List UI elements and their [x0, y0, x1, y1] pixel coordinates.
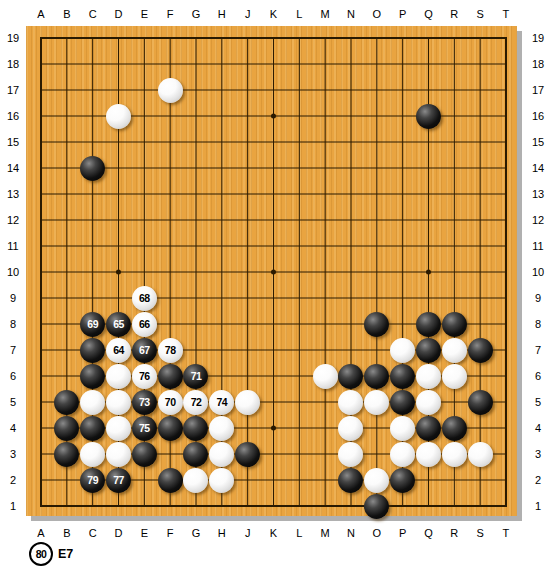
coord-label-top-R: R — [443, 7, 465, 21]
stone-black-F6 — [158, 364, 183, 389]
coord-label-left-11: 11 — [0, 239, 26, 253]
move-number-label: 68 — [139, 293, 150, 304]
move-75-stone-black-E4: 75 — [132, 416, 157, 441]
coord-label-top-P: P — [392, 7, 414, 21]
move-64-stone-white-D7: 64 — [106, 338, 131, 363]
star-point-K16 — [271, 114, 276, 119]
coord-label-bottom-T: T — [495, 526, 517, 540]
move-number-label: 70 — [165, 397, 176, 408]
move-number-label: 67 — [139, 345, 150, 356]
coord-label-bottom-H: H — [211, 526, 233, 540]
move-number-label: 65 — [113, 319, 124, 330]
move-number-label: 72 — [191, 397, 202, 408]
stone-black-Q16 — [416, 104, 441, 129]
coord-label-top-S: S — [469, 7, 491, 21]
coord-label-top-O: O — [366, 7, 388, 21]
stone-white-N5 — [338, 390, 363, 415]
stone-white-F17 — [158, 78, 183, 103]
move-70-stone-white-F5: 70 — [158, 390, 183, 415]
stone-white-D16 — [106, 104, 131, 129]
coord-label-left-18: 18 — [0, 57, 26, 71]
stone-black-P6 — [390, 364, 415, 389]
move-number-label: 64 — [113, 345, 124, 356]
coord-label-right-14: 14 — [525, 161, 550, 175]
coord-label-left-13: 13 — [0, 187, 26, 201]
move-number-label: 78 — [165, 345, 176, 356]
coord-label-right-18: 18 — [525, 57, 550, 71]
move-number-label: 77 — [113, 475, 124, 486]
move-77-stone-black-D2: 77 — [106, 468, 131, 493]
coord-label-top-N: N — [340, 7, 362, 21]
coord-label-left-17: 17 — [0, 83, 26, 97]
coord-label-right-19: 19 — [525, 31, 550, 45]
stone-white-D4 — [106, 416, 131, 441]
stone-white-S3 — [468, 442, 493, 467]
coord-label-top-B: B — [56, 7, 78, 21]
move-69-stone-black-C8: 69 — [80, 312, 105, 337]
coord-label-top-G: G — [185, 7, 207, 21]
coord-label-top-M: M — [314, 7, 336, 21]
stone-white-R6 — [442, 364, 467, 389]
move-number-label: 79 — [87, 475, 98, 486]
coord-label-bottom-Q: Q — [417, 526, 439, 540]
coord-label-left-12: 12 — [0, 213, 26, 227]
stone-black-C7 — [80, 338, 105, 363]
stone-black-S7 — [468, 338, 493, 363]
coord-label-bottom-R: R — [443, 526, 465, 540]
stone-black-Q8 — [416, 312, 441, 337]
coord-label-bottom-F: F — [159, 526, 181, 540]
stone-white-M6 — [313, 364, 338, 389]
stone-black-O8 — [364, 312, 389, 337]
stone-black-E3 — [132, 442, 157, 467]
caption-move-80-white-stone-icon: 80 — [29, 542, 53, 566]
move-76-stone-white-E6: 76 — [132, 364, 157, 389]
coord-label-top-T: T — [495, 7, 517, 21]
star-point-Q10 — [426, 270, 431, 275]
coord-label-right-2: 2 — [525, 473, 550, 487]
stone-black-G4 — [183, 416, 208, 441]
stone-white-C3 — [80, 442, 105, 467]
coord-label-bottom-L: L — [288, 526, 310, 540]
coord-label-right-9: 9 — [525, 291, 550, 305]
coord-label-bottom-S: S — [469, 526, 491, 540]
stone-black-N6 — [338, 364, 363, 389]
coord-label-top-L: L — [288, 7, 310, 21]
stone-black-O1 — [364, 494, 389, 519]
caption-move-number: 80 — [36, 548, 47, 560]
stone-black-S5 — [468, 390, 493, 415]
stone-black-P5 — [390, 390, 415, 415]
go-game-diagram: ABCDEFGHJKLMNOPQRST ABCDEFGHJKLMNOPQRST … — [0, 0, 550, 582]
stone-white-D5 — [106, 390, 131, 415]
stone-black-O6 — [364, 364, 389, 389]
coord-label-right-3: 3 — [525, 447, 550, 461]
move-79-stone-black-C2: 79 — [80, 468, 105, 493]
stone-black-C4 — [80, 416, 105, 441]
coord-label-right-5: 5 — [525, 395, 550, 409]
stone-white-Q5 — [416, 390, 441, 415]
coord-label-bottom-O: O — [366, 526, 388, 540]
coord-label-right-13: 13 — [525, 187, 550, 201]
board-grid — [26, 26, 517, 516]
star-point-K4 — [271, 426, 276, 431]
stone-white-P7 — [390, 338, 415, 363]
coord-label-bottom-M: M — [314, 526, 336, 540]
coord-label-left-7: 7 — [0, 343, 26, 357]
coord-label-bottom-G: G — [185, 526, 207, 540]
go-board[interactable]: 68696566646778767173707274757977 — [26, 26, 517, 516]
move-74-stone-white-H5: 74 — [209, 390, 234, 415]
stone-white-P3 — [390, 442, 415, 467]
stone-white-D6 — [106, 364, 131, 389]
move-number-label: 69 — [87, 319, 98, 330]
coord-label-left-1: 1 — [0, 499, 26, 513]
coord-label-right-11: 11 — [525, 239, 550, 253]
stone-white-O2 — [364, 468, 389, 493]
stone-black-P2 — [390, 468, 415, 493]
move-78-stone-white-F7: 78 — [158, 338, 183, 363]
stone-white-H4 — [209, 416, 234, 441]
coord-label-top-C: C — [82, 7, 104, 21]
coord-label-bottom-K: K — [262, 526, 284, 540]
coord-label-left-2: 2 — [0, 473, 26, 487]
stone-white-J5 — [235, 390, 260, 415]
stone-black-B3 — [54, 442, 79, 467]
move-number-label: 73 — [139, 397, 150, 408]
stone-black-R4 — [442, 416, 467, 441]
move-67-stone-black-E7: 67 — [132, 338, 157, 363]
stone-white-H3 — [209, 442, 234, 467]
coord-label-bottom-C: C — [82, 526, 104, 540]
coord-label-left-4: 4 — [0, 421, 26, 435]
coord-label-top-J: J — [237, 7, 259, 21]
stone-black-J3 — [235, 442, 260, 467]
stone-black-N2 — [338, 468, 363, 493]
stone-white-H2 — [209, 468, 234, 493]
coord-label-right-6: 6 — [525, 369, 550, 383]
coord-label-right-12: 12 — [525, 213, 550, 227]
stone-black-B4 — [54, 416, 79, 441]
stone-black-R8 — [442, 312, 467, 337]
coord-label-left-16: 16 — [0, 109, 26, 123]
stone-white-Q3 — [416, 442, 441, 467]
stone-white-O5 — [364, 390, 389, 415]
coord-label-right-15: 15 — [525, 135, 550, 149]
coord-label-left-9: 9 — [0, 291, 26, 305]
coord-label-bottom-D: D — [107, 526, 129, 540]
stone-white-N3 — [338, 442, 363, 467]
coord-label-top-F: F — [159, 7, 181, 21]
coord-label-right-16: 16 — [525, 109, 550, 123]
star-point-K10 — [271, 270, 276, 275]
coord-label-right-4: 4 — [525, 421, 550, 435]
coord-label-left-5: 5 — [0, 395, 26, 409]
coord-label-top-D: D — [107, 7, 129, 21]
stone-white-P4 — [390, 416, 415, 441]
move-66-stone-white-E8: 66 — [132, 312, 157, 337]
stone-white-Q6 — [416, 364, 441, 389]
coord-label-right-10: 10 — [525, 265, 550, 279]
stone-black-C6 — [80, 364, 105, 389]
coord-label-left-6: 6 — [0, 369, 26, 383]
coord-label-top-E: E — [133, 7, 155, 21]
stone-black-F4 — [158, 416, 183, 441]
stone-black-Q4 — [416, 416, 441, 441]
stone-white-D3 — [106, 442, 131, 467]
coord-label-left-8: 8 — [0, 317, 26, 331]
move-71-stone-black-G6: 71 — [183, 364, 208, 389]
coord-label-top-K: K — [262, 7, 284, 21]
move-number-label: 71 — [191, 371, 202, 382]
star-point-D10 — [116, 270, 121, 275]
move-number-label: 75 — [139, 423, 150, 434]
stone-white-N4 — [338, 416, 363, 441]
stone-black-F2 — [158, 468, 183, 493]
coord-label-right-8: 8 — [525, 317, 550, 331]
move-number-label: 74 — [216, 397, 227, 408]
coord-label-left-15: 15 — [0, 135, 26, 149]
coord-label-left-3: 3 — [0, 447, 26, 461]
stone-white-R7 — [442, 338, 467, 363]
caption-move-coordinate: E7 — [58, 542, 73, 566]
move-68-stone-white-E9: 68 — [132, 286, 157, 311]
coord-label-bottom-N: N — [340, 526, 362, 540]
stone-black-C14 — [80, 156, 105, 181]
stone-black-G3 — [183, 442, 208, 467]
coord-label-right-1: 1 — [525, 499, 550, 513]
move-65-stone-black-D8: 65 — [106, 312, 131, 337]
coord-label-top-H: H — [211, 7, 233, 21]
move-72-stone-white-G5: 72 — [183, 390, 208, 415]
coord-label-left-10: 10 — [0, 265, 26, 279]
coord-label-left-19: 19 — [0, 31, 26, 45]
coord-label-bottom-P: P — [392, 526, 414, 540]
coord-label-top-A: A — [30, 7, 52, 21]
coord-label-left-14: 14 — [0, 161, 26, 175]
stone-white-R3 — [442, 442, 467, 467]
coord-label-bottom-J: J — [237, 526, 259, 540]
stone-black-Q7 — [416, 338, 441, 363]
coord-label-top-Q: Q — [417, 7, 439, 21]
coord-label-right-7: 7 — [525, 343, 550, 357]
stone-white-C5 — [80, 390, 105, 415]
coord-label-bottom-E: E — [133, 526, 155, 540]
move-number-label: 66 — [139, 319, 150, 330]
coord-label-bottom-B: B — [56, 526, 78, 540]
coord-label-bottom-A: A — [30, 526, 52, 540]
coord-label-right-17: 17 — [525, 83, 550, 97]
stone-white-G2 — [183, 468, 208, 493]
move-73-stone-black-E5: 73 — [132, 390, 157, 415]
move-number-label: 76 — [139, 371, 150, 382]
stone-black-B5 — [54, 390, 79, 415]
